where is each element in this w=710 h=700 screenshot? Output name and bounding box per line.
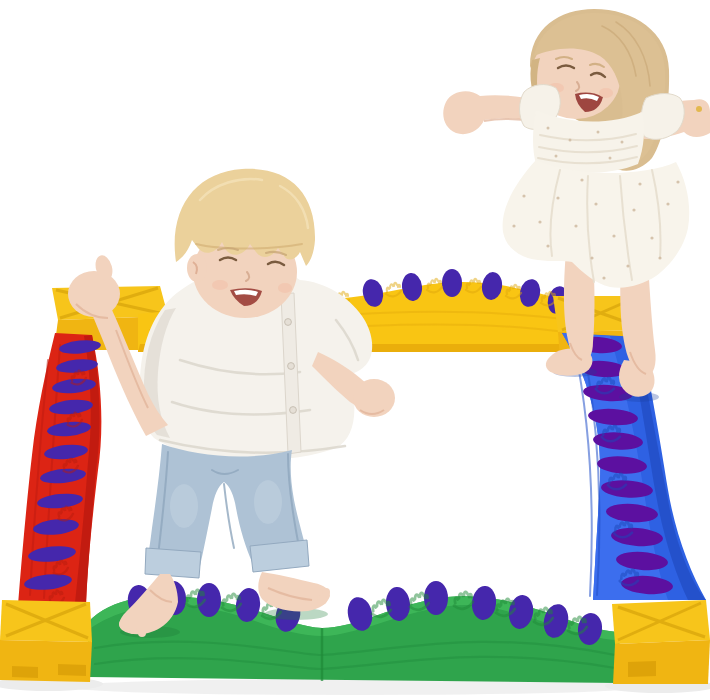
boy-right-foot [258, 572, 330, 611]
balance-beam-scene [0, 0, 710, 700]
product-photo [0, 0, 710, 700]
boy-jeans [145, 444, 309, 578]
boy-jeans-cuff-right [250, 540, 309, 572]
corner-block-bottom-left [0, 600, 92, 682]
girl-dress-skirt [503, 160, 690, 288]
boy [68, 169, 395, 638]
girl-left-foot [546, 348, 593, 375]
girl-bracelet [696, 106, 702, 112]
boy-jeans-cuff-left [145, 548, 201, 578]
left-beam-red [18, 333, 102, 605]
corner-block-bottom-right [612, 600, 710, 684]
